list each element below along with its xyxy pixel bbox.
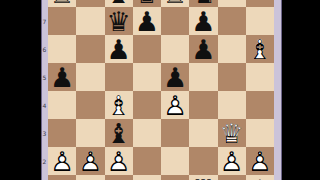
square-a2[interactable]: ♟♙ — [48, 147, 76, 175]
square-f7[interactable]: ♟ — [189, 7, 217, 35]
square-f4[interactable] — [189, 91, 217, 119]
rank-label-5: 5 — [41, 74, 48, 81]
square-e4[interactable]: ♟♙ — [161, 91, 189, 119]
white-pawn-outline-icon: ♙ — [218, 147, 246, 175]
piece-white-pawn[interactable]: ♟♙ — [76, 147, 104, 175]
white-bishop-outline-icon: ♗ — [246, 35, 274, 63]
piece-black-pawn[interactable]: ♟ — [133, 7, 161, 35]
square-e1[interactable] — [161, 175, 189, 180]
square-g5[interactable] — [218, 63, 246, 91]
square-f1[interactable]: ♜♖ — [189, 175, 217, 180]
square-c2[interactable]: ♟♙ — [105, 147, 133, 175]
square-b6[interactable] — [76, 35, 104, 63]
piece-white-pawn[interactable]: ♟♙ — [48, 147, 76, 175]
square-d2[interactable] — [133, 147, 161, 175]
square-e5[interactable]: ♟ — [161, 63, 189, 91]
white-rook-outline-icon: ♖ — [189, 175, 217, 180]
rank-label-7: 7 — [41, 18, 48, 25]
piece-white-bishop[interactable]: ♝♗ — [246, 35, 274, 63]
white-queen-outline-icon: ♕ — [218, 119, 246, 147]
piece-black-pawn[interactable]: ♟ — [189, 35, 217, 63]
chess-video-frame: ♜♝♚♜♞♛♟♟♟♟♝♗♟♟♝♗♟♙♝♛♕♟♙♟♙♟♙♟♙♟♙♜♖♚♔ 8765… — [0, 0, 320, 180]
rank-label-6: 6 — [41, 46, 48, 53]
square-h3[interactable] — [246, 119, 274, 147]
piece-white-pawn[interactable]: ♟♙ — [161, 91, 189, 119]
square-h4[interactable] — [246, 91, 274, 119]
piece-black-pawn[interactable]: ♟ — [161, 63, 189, 91]
square-f2[interactable] — [189, 147, 217, 175]
piece-black-bishop[interactable]: ♝ — [105, 119, 133, 147]
square-g7[interactable] — [218, 7, 246, 35]
piece-white-rook[interactable]: ♜♖ — [189, 175, 217, 180]
square-b4[interactable] — [76, 91, 104, 119]
rank-label-3: 3 — [41, 130, 48, 137]
square-e3[interactable] — [161, 119, 189, 147]
square-d5[interactable] — [133, 63, 161, 91]
white-pawn-outline-icon: ♙ — [48, 147, 76, 175]
square-c7[interactable]: ♛ — [105, 7, 133, 35]
piece-black-pawn[interactable]: ♟ — [189, 7, 217, 35]
square-a8[interactable]: ♜ — [48, 0, 76, 7]
square-b8[interactable] — [76, 0, 104, 7]
square-e8[interactable]: ♜ — [161, 0, 189, 7]
white-pawn-outline-icon: ♙ — [161, 91, 189, 119]
square-d1[interactable] — [133, 175, 161, 180]
square-h7[interactable] — [246, 7, 274, 35]
square-f5[interactable] — [189, 63, 217, 91]
square-e7[interactable] — [161, 7, 189, 35]
square-b5[interactable] — [76, 63, 104, 91]
square-a7[interactable] — [48, 7, 76, 35]
white-pawn-outline-icon: ♙ — [246, 147, 274, 175]
white-pawn-outline-icon: ♙ — [76, 147, 104, 175]
square-h1[interactable]: ♚♔ — [246, 175, 274, 180]
piece-black-pawn[interactable]: ♟ — [105, 35, 133, 63]
square-g2[interactable]: ♟♙ — [218, 147, 246, 175]
square-g3[interactable]: ♛♕ — [218, 119, 246, 147]
square-h8[interactable] — [246, 0, 274, 7]
square-g1[interactable] — [218, 175, 246, 180]
square-a3[interactable] — [48, 119, 76, 147]
white-bishop-outline-icon: ♗ — [105, 91, 133, 119]
rank-label-4: 4 — [41, 102, 48, 109]
white-pawn-outline-icon: ♙ — [105, 147, 133, 175]
board-right-border — [274, 0, 282, 180]
square-b3[interactable] — [76, 119, 104, 147]
square-h2[interactable]: ♟♙ — [246, 147, 274, 175]
square-c3[interactable]: ♝ — [105, 119, 133, 147]
piece-white-bishop[interactable]: ♝♗ — [105, 91, 133, 119]
square-a1[interactable] — [48, 175, 76, 180]
square-c1[interactable] — [105, 175, 133, 180]
piece-black-rook[interactable]: ♜ — [161, 0, 189, 7]
piece-white-pawn[interactable]: ♟♙ — [246, 147, 274, 175]
piece-white-pawn[interactable]: ♟♙ — [105, 147, 133, 175]
square-b2[interactable]: ♟♙ — [76, 147, 104, 175]
square-h6[interactable]: ♝♗ — [246, 35, 274, 63]
square-d3[interactable] — [133, 119, 161, 147]
white-king-outline-icon: ♔ — [246, 175, 274, 180]
square-c4[interactable]: ♝♗ — [105, 91, 133, 119]
square-e6[interactable] — [161, 35, 189, 63]
square-b1[interactable] — [76, 175, 104, 180]
piece-black-pawn[interactable]: ♟ — [48, 63, 76, 91]
square-d4[interactable] — [133, 91, 161, 119]
piece-black-queen[interactable]: ♛ — [105, 7, 133, 35]
square-f6[interactable]: ♟ — [189, 35, 217, 63]
piece-black-rook[interactable]: ♜ — [48, 0, 76, 7]
rank-label-2: 2 — [41, 158, 48, 165]
square-c5[interactable] — [105, 63, 133, 91]
square-d6[interactable] — [133, 35, 161, 63]
square-a4[interactable] — [48, 91, 76, 119]
piece-white-pawn[interactable]: ♟♙ — [218, 147, 246, 175]
piece-white-queen[interactable]: ♛♕ — [218, 119, 246, 147]
square-h5[interactable] — [246, 63, 274, 91]
square-b7[interactable] — [76, 7, 104, 35]
square-a6[interactable] — [48, 35, 76, 63]
square-d7[interactable]: ♟ — [133, 7, 161, 35]
piece-white-king[interactable]: ♚♔ — [246, 175, 274, 180]
square-a5[interactable]: ♟ — [48, 63, 76, 91]
square-f3[interactable] — [189, 119, 217, 147]
square-g8[interactable] — [218, 0, 246, 7]
square-g4[interactable] — [218, 91, 246, 119]
chess-board[interactable]: ♜♝♚♜♞♛♟♟♟♟♝♗♟♟♝♗♟♙♝♛♕♟♙♟♙♟♙♟♙♟♙♜♖♚♔ — [48, 0, 274, 180]
square-g6[interactable] — [218, 35, 246, 63]
square-e2[interactable] — [161, 147, 189, 175]
square-c6[interactable]: ♟ — [105, 35, 133, 63]
